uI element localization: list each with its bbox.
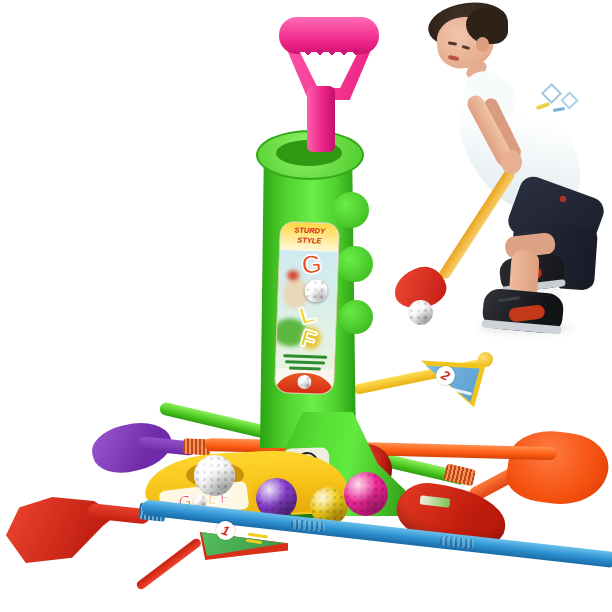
shirt-mark-diamond1 [541,83,562,104]
flag-1-small-text1 [248,533,268,539]
product-photo: 2 STURDY [0,0,612,612]
caddy-tube-bump3 [339,300,373,334]
boy-hands [501,150,522,174]
blue-shaft-ridge1 [291,519,326,533]
white-golf-ball-on-tee [194,455,235,496]
boy-shorts-tag [560,196,566,202]
shirt-mark-dash2 [553,107,565,112]
caddy-tube-bump1 [333,192,369,228]
handle-grip-bumps [302,48,358,55]
flag-1-number: 1 [220,522,232,539]
boy-shoe-front [481,288,564,335]
label-small-text3 [289,366,321,370]
shoe-front-lace [498,296,520,302]
caddy-tube-bump2 [337,246,373,282]
flag-2-number: 2 [439,367,452,384]
handle-stem [307,86,335,152]
green-shaft-ferrule [443,463,476,486]
shoe-front-red-accent [508,304,545,322]
orange-driver-head [503,425,612,510]
label-badge-line2: STYLE [280,235,338,247]
pink-ball [344,472,388,516]
boy-ear [476,37,489,52]
flag-1-pole [135,537,203,591]
white-golf-ball-by-boy [408,300,433,325]
label-badge-text: STURDY STYLE [280,225,339,247]
label-letter-G: G [300,248,323,281]
blue-shaft-ridge2 [440,535,475,549]
caddy-label: STURDY STYLE G L F [274,221,340,395]
